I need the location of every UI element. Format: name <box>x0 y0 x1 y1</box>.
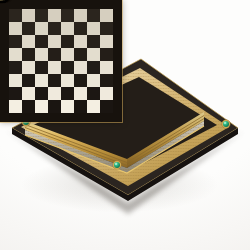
board-square <box>48 35 61 48</box>
board-square <box>48 61 61 74</box>
board-square <box>87 100 100 113</box>
board-square <box>100 100 113 113</box>
board-square <box>100 35 113 48</box>
board-square <box>61 22 74 35</box>
board-square <box>87 87 100 100</box>
board-square <box>100 48 113 61</box>
board-square <box>22 22 35 35</box>
board-square <box>35 35 48 48</box>
board-square <box>22 87 35 100</box>
board-square <box>9 9 22 22</box>
board-square <box>100 9 113 22</box>
board-square <box>74 61 87 74</box>
board-square <box>9 100 22 113</box>
board-square <box>35 87 48 100</box>
board-square <box>9 35 22 48</box>
corner-gem-front <box>113 161 121 169</box>
board-square <box>100 87 113 100</box>
board-square <box>48 9 61 22</box>
corner-gem-right <box>222 120 230 128</box>
board-square <box>9 22 22 35</box>
board-square <box>100 22 113 35</box>
board-square <box>87 22 100 35</box>
chess-set-photo: Angled product photo of a luxury engrave… <box>0 0 250 250</box>
board-square <box>35 100 48 113</box>
board-square <box>9 87 22 100</box>
board-square <box>61 61 74 74</box>
board-square <box>87 48 100 61</box>
board-square <box>48 100 61 113</box>
board-square <box>87 35 100 48</box>
board-square <box>61 9 74 22</box>
board-square <box>22 61 35 74</box>
board-square <box>35 22 48 35</box>
board-square <box>61 48 74 61</box>
board-square <box>61 87 74 100</box>
board-square <box>100 74 113 87</box>
board-square <box>35 61 48 74</box>
board-square <box>22 48 35 61</box>
board-square <box>48 74 61 87</box>
board-square <box>74 100 87 113</box>
board-square <box>74 22 87 35</box>
board-square <box>87 74 100 87</box>
board-square <box>9 74 22 87</box>
board-square <box>22 100 35 113</box>
chess-board <box>0 0 122 122</box>
board-square <box>22 35 35 48</box>
board-square <box>9 48 22 61</box>
board-square <box>61 35 74 48</box>
board-square <box>87 61 100 74</box>
board-square <box>61 74 74 87</box>
board-square <box>48 22 61 35</box>
board-square <box>100 61 113 74</box>
board-square <box>48 87 61 100</box>
board-square <box>35 74 48 87</box>
board-square <box>48 48 61 61</box>
board-square <box>35 9 48 22</box>
board-square <box>74 48 87 61</box>
board-square <box>22 74 35 87</box>
board-square <box>74 74 87 87</box>
board-square <box>74 9 87 22</box>
board-square <box>35 48 48 61</box>
board-square <box>87 9 100 22</box>
board-square <box>61 100 74 113</box>
board-square <box>74 87 87 100</box>
board-square <box>22 9 35 22</box>
board-square <box>9 61 22 74</box>
board-square <box>74 35 87 48</box>
